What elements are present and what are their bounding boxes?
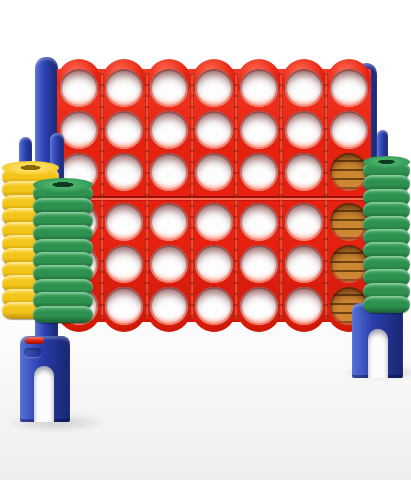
cell-r1c2 — [105, 69, 143, 107]
cell-r6c4 — [195, 287, 233, 325]
cell-r2c1 — [60, 111, 98, 149]
leg-right-arch-cutout — [368, 329, 388, 378]
cell-r1c5 — [240, 69, 278, 107]
leg-left-red-lock — [25, 337, 44, 344]
game-board — [57, 69, 371, 322]
cell-r5c7-orange-rings-behind — [330, 245, 368, 283]
cell-r3c2 — [105, 153, 143, 191]
cell-r2c4 — [195, 111, 233, 149]
cell-r3c4 — [195, 153, 233, 191]
cell-r3c6 — [285, 153, 323, 191]
cell-r5c3 — [150, 245, 188, 283]
cell-r4c5 — [240, 203, 278, 241]
cell-r1c3 — [150, 69, 188, 107]
cell-r2c3 — [150, 111, 188, 149]
ring-stack-green-left — [33, 185, 93, 323]
cell-r6c3 — [150, 287, 188, 325]
product-photo-giant-connect-four — [0, 0, 411, 480]
cell-r5c2 — [105, 245, 143, 283]
board-seam — [57, 196, 371, 201]
cell-r3c5 — [240, 153, 278, 191]
cell-r4c6 — [285, 203, 323, 241]
cell-r1c6 — [285, 69, 323, 107]
cell-r4c3 — [150, 203, 188, 241]
cell-r1c1 — [60, 69, 98, 107]
cell-r6c6 — [285, 287, 323, 325]
leg-left-arch-cutout — [34, 366, 54, 422]
leg-right — [352, 303, 403, 378]
ring-stack-top-green-right — [363, 156, 410, 168]
ring-stack-top-green-left — [33, 178, 93, 192]
cell-r2c5 — [240, 111, 278, 149]
cell-r2c2 — [105, 111, 143, 149]
ring-stack-top-yellow — [2, 161, 59, 175]
cell-r3c3 — [150, 153, 188, 191]
cell-r5c6 — [285, 245, 323, 283]
cell-r3c7-orange-rings-behind — [330, 153, 368, 191]
cell-r4c4 — [195, 203, 233, 241]
cell-r4c7-orange-rings-behind — [330, 203, 368, 241]
ring-green — [33, 306, 93, 323]
cell-r4c2 — [105, 203, 143, 241]
cell-r6c5 — [240, 287, 278, 325]
ring-green — [363, 296, 410, 313]
brand-logo-emboss — [24, 348, 41, 357]
cell-r2c7 — [330, 111, 368, 149]
cell-r5c5 — [240, 245, 278, 283]
cell-r5c4 — [195, 245, 233, 283]
cell-r1c7 — [330, 69, 368, 107]
ring-stack-green-right — [363, 162, 410, 313]
cell-r2c6 — [285, 111, 323, 149]
cell-r1c4 — [195, 69, 233, 107]
